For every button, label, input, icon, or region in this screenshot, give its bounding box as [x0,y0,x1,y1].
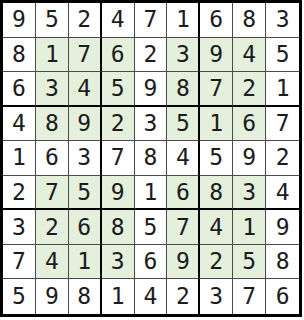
cell-r1c3[interactable]: 2 [69,3,102,38]
cell-r2c8[interactable]: 4 [233,38,266,73]
cell-r8c7[interactable]: 2 [200,245,233,280]
cell-r3c7[interactable]: 7 [200,72,233,107]
cell-r6c3[interactable]: 5 [69,176,102,211]
cell-r1c6[interactable]: 1 [167,3,200,38]
cell-r5c1[interactable]: 1 [3,141,36,176]
cell-r1c5[interactable]: 7 [135,3,168,38]
cell-r5c8[interactable]: 9 [233,141,266,176]
cell-r9c9[interactable]: 6 [266,279,299,314]
cell-r9c5[interactable]: 4 [135,279,168,314]
cell-r6c2[interactable]: 7 [36,176,69,211]
cell-r5c3[interactable]: 3 [69,141,102,176]
cell-r7c9[interactable]: 9 [266,210,299,245]
cell-r5c2[interactable]: 6 [36,141,69,176]
cell-r3c8[interactable]: 2 [233,72,266,107]
cell-r8c4[interactable]: 3 [102,245,135,280]
cell-r9c3[interactable]: 8 [69,279,102,314]
cell-r7c7[interactable]: 4 [200,210,233,245]
cell-r2c9[interactable]: 5 [266,38,299,73]
cell-r7c1[interactable]: 3 [3,210,36,245]
cell-r4c6[interactable]: 5 [167,107,200,142]
cell-r9c7[interactable]: 3 [200,279,233,314]
cell-r1c7[interactable]: 6 [200,3,233,38]
cell-r2c3[interactable]: 7 [69,38,102,73]
cell-r5c5[interactable]: 8 [135,141,168,176]
cell-r6c4[interactable]: 9 [102,176,135,211]
cell-r9c1[interactable]: 5 [3,279,36,314]
cell-r8c1[interactable]: 7 [3,245,36,280]
page: 9524716838176239456345987214892351671637… [0,0,304,320]
cell-r8c9[interactable]: 8 [266,245,299,280]
cell-r1c4[interactable]: 4 [102,3,135,38]
cell-r6c6[interactable]: 6 [167,176,200,211]
cell-r6c5[interactable]: 1 [135,176,168,211]
cell-r6c1[interactable]: 2 [3,176,36,211]
cell-r7c8[interactable]: 1 [233,210,266,245]
cell-r7c3[interactable]: 6 [69,210,102,245]
cell-r4c8[interactable]: 6 [233,107,266,142]
cell-r1c8[interactable]: 8 [233,3,266,38]
cell-r9c2[interactable]: 9 [36,279,69,314]
cell-r1c2[interactable]: 5 [36,3,69,38]
cell-r4c5[interactable]: 3 [135,107,168,142]
cell-r3c2[interactable]: 3 [36,72,69,107]
cell-r5c7[interactable]: 5 [200,141,233,176]
cell-r8c8[interactable]: 5 [233,245,266,280]
cell-r8c6[interactable]: 9 [167,245,200,280]
sudoku-board: 9524716838176239456345987214892351671637… [0,0,302,317]
cell-r2c4[interactable]: 6 [102,38,135,73]
cell-r3c4[interactable]: 5 [102,72,135,107]
cell-r9c8[interactable]: 7 [233,279,266,314]
cell-r2c7[interactable]: 9 [200,38,233,73]
cell-r8c2[interactable]: 4 [36,245,69,280]
cell-r5c9[interactable]: 2 [266,141,299,176]
cell-r3c6[interactable]: 8 [167,72,200,107]
cell-r3c9[interactable]: 1 [266,72,299,107]
cell-r4c4[interactable]: 2 [102,107,135,142]
cell-r4c3[interactable]: 9 [69,107,102,142]
cell-r2c2[interactable]: 1 [36,38,69,73]
cell-r5c4[interactable]: 7 [102,141,135,176]
cell-r2c6[interactable]: 3 [167,38,200,73]
cell-r7c6[interactable]: 7 [167,210,200,245]
cell-r3c3[interactable]: 4 [69,72,102,107]
cell-r5c6[interactable]: 4 [167,141,200,176]
cell-r2c1[interactable]: 8 [3,38,36,73]
cell-r9c4[interactable]: 1 [102,279,135,314]
cell-r7c5[interactable]: 5 [135,210,168,245]
cell-r6c9[interactable]: 4 [266,176,299,211]
cell-r6c8[interactable]: 3 [233,176,266,211]
cell-r1c1[interactable]: 9 [3,3,36,38]
cell-r7c4[interactable]: 8 [102,210,135,245]
cell-r1c9[interactable]: 3 [266,3,299,38]
cell-r4c2[interactable]: 8 [36,107,69,142]
cell-r4c1[interactable]: 4 [3,107,36,142]
cell-r7c2[interactable]: 2 [36,210,69,245]
cell-r8c5[interactable]: 6 [135,245,168,280]
cell-r9c6[interactable]: 2 [167,279,200,314]
cell-r4c7[interactable]: 1 [200,107,233,142]
cell-r3c5[interactable]: 9 [135,72,168,107]
cell-r6c7[interactable]: 8 [200,176,233,211]
cell-r2c5[interactable]: 2 [135,38,168,73]
cell-r3c1[interactable]: 6 [3,72,36,107]
cell-r8c3[interactable]: 1 [69,245,102,280]
cell-r4c9[interactable]: 7 [266,107,299,142]
